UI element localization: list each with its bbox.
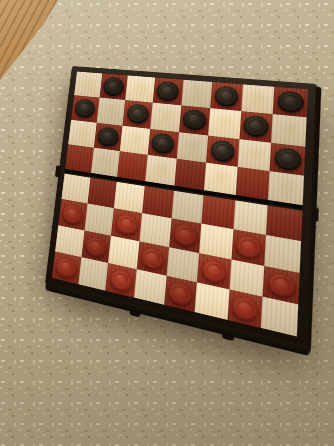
square-h8[interactable]	[273, 87, 308, 118]
black-checker-c7[interactable]	[126, 104, 149, 125]
square-e7[interactable]	[179, 106, 211, 136]
square-f5	[204, 162, 237, 195]
square-b8[interactable]	[99, 73, 128, 100]
square-b5	[91, 147, 120, 177]
square-e1[interactable]	[164, 275, 197, 312]
black-checker-b8[interactable]	[102, 77, 124, 97]
red-checker-g1[interactable]	[231, 294, 259, 323]
case-clasp	[222, 332, 234, 341]
black-checker-f6[interactable]	[210, 139, 236, 162]
red-checker-e3[interactable]	[172, 223, 197, 249]
red-checker-g3[interactable]	[235, 234, 262, 261]
square-b1	[78, 257, 108, 291]
square-d5	[145, 155, 176, 186]
black-checker-b6[interactable]	[97, 126, 120, 147]
red-checker-c1[interactable]	[109, 267, 133, 293]
square-d1	[134, 269, 166, 305]
hinge-tab-left	[55, 165, 61, 177]
square-d7	[150, 103, 181, 132]
square-c7[interactable]	[123, 100, 153, 128]
black-checker-g7[interactable]	[243, 115, 269, 138]
square-h7	[272, 114, 307, 146]
red-checker-d2[interactable]	[140, 245, 165, 271]
square-g5[interactable]	[235, 167, 269, 200]
black-checker-a7[interactable]	[74, 99, 96, 119]
checkers-board	[45, 66, 317, 348]
square-g1[interactable]	[227, 289, 263, 328]
square-f6[interactable]	[206, 135, 239, 166]
square-g8	[241, 84, 275, 114]
case-clasp	[130, 309, 141, 317]
square-h6[interactable]	[270, 142, 305, 175]
square-a5[interactable]	[65, 144, 93, 173]
black-checker-f8[interactable]	[214, 86, 239, 108]
square-h1	[261, 296, 298, 336]
black-checker-e7[interactable]	[182, 109, 207, 131]
square-e5[interactable]	[174, 158, 206, 190]
red-checker-e1[interactable]	[167, 280, 193, 307]
square-d6[interactable]	[148, 128, 179, 158]
square-g6	[237, 139, 271, 171]
red-checker-a1[interactable]	[55, 255, 78, 280]
square-c1[interactable]	[105, 263, 136, 298]
red-checker-h2[interactable]	[267, 270, 296, 299]
square-a1[interactable]	[52, 251, 81, 284]
square-b7	[96, 98, 125, 126]
square-a8	[74, 72, 102, 98]
square-f8[interactable]	[210, 82, 243, 111]
square-e8	[181, 80, 212, 109]
hinge-tab-right	[311, 207, 319, 222]
square-c6	[120, 125, 150, 154]
red-checker-a3[interactable]	[61, 203, 83, 226]
black-checker-d6[interactable]	[151, 132, 175, 154]
square-d8[interactable]	[153, 78, 184, 106]
black-checker-h8[interactable]	[277, 91, 304, 114]
square-f7	[208, 108, 241, 138]
red-checker-f2[interactable]	[201, 257, 228, 284]
black-checker-d8[interactable]	[156, 81, 180, 102]
square-a6	[68, 119, 96, 147]
square-h5	[268, 171, 304, 205]
photo-scene	[0, 0, 334, 446]
square-g7[interactable]	[239, 111, 273, 142]
square-c8	[125, 75, 155, 102]
square-a7[interactable]	[71, 95, 99, 122]
square-f1	[195, 282, 230, 320]
square-e6	[176, 132, 208, 163]
square-b6[interactable]	[94, 122, 123, 151]
wood-floor-patch	[0, 0, 70, 90]
square-c5[interactable]	[117, 151, 147, 181]
red-checker-b2[interactable]	[84, 234, 107, 258]
red-checker-c3[interactable]	[115, 212, 139, 236]
board-playing-area	[52, 72, 308, 337]
black-checker-h6[interactable]	[274, 146, 302, 171]
